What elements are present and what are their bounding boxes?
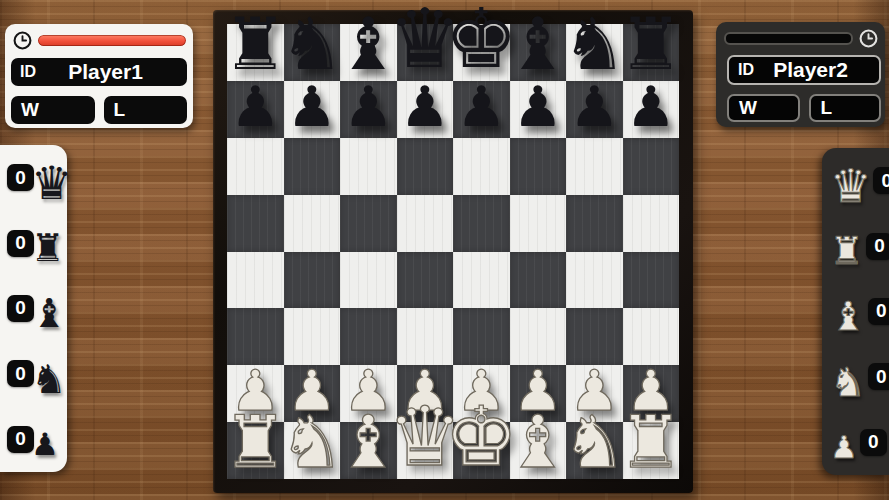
white-bishop-icon: ♝ <box>830 296 866 336</box>
player2-losses-box: L <box>809 94 882 122</box>
player1-wins-box: W <box>11 96 95 124</box>
white-pawn-icon: ♟ <box>830 432 858 463</box>
square-a5[interactable] <box>227 195 284 252</box>
square-c4[interactable] <box>340 252 397 309</box>
square-d3[interactable] <box>397 308 454 365</box>
square-g5[interactable] <box>566 195 623 252</box>
wins-label: W <box>739 97 757 119</box>
captured-white-bishop-count: 0 <box>868 298 889 325</box>
captured-white-pieces-tray: ♛0♜0♝0♞0♟0 <box>822 148 889 475</box>
square-h1[interactable]: ♜ <box>623 422 680 479</box>
square-h4[interactable] <box>623 252 680 309</box>
square-c3[interactable] <box>340 308 397 365</box>
player2-time-bar <box>724 32 853 45</box>
wins-label: W <box>21 99 39 121</box>
captured-black-bishop-row: 0♝ <box>0 276 67 341</box>
square-f8[interactable]: ♝ <box>510 24 567 81</box>
square-f1[interactable]: ♝ <box>510 422 567 479</box>
player1-losses-box: L <box>104 96 188 124</box>
captured-white-pawn-count: 0 <box>860 429 887 456</box>
id-label: ID <box>729 61 754 79</box>
square-h8[interactable]: ♜ <box>623 24 680 81</box>
player2-timer-row <box>716 22 885 48</box>
square-b7[interactable]: ♟ <box>284 81 341 138</box>
square-a3[interactable] <box>227 308 284 365</box>
captured-black-pawn-row: 0♟ <box>0 407 67 472</box>
captured-black-queen-row: 0♛ <box>0 145 67 210</box>
captured-white-queen-row: ♛0 <box>822 148 889 213</box>
square-g1[interactable]: ♞ <box>566 422 623 479</box>
clock-icon <box>13 31 32 50</box>
square-f7[interactable]: ♟ <box>510 81 567 138</box>
square-b4[interactable] <box>284 252 341 309</box>
white-rook-icon: ♜ <box>830 232 864 270</box>
square-h3[interactable] <box>623 308 680 365</box>
square-h7[interactable]: ♟ <box>623 81 680 138</box>
clock-icon <box>859 29 878 48</box>
piece-white-knight[interactable]: ♞ <box>279 406 344 478</box>
square-f3[interactable] <box>510 308 567 365</box>
square-d4[interactable] <box>397 252 454 309</box>
losses-label: L <box>114 99 126 121</box>
square-e5[interactable] <box>453 195 510 252</box>
piece-black-pawn[interactable]: ♟ <box>569 79 619 135</box>
piece-black-rook[interactable]: ♜ <box>618 8 683 80</box>
piece-black-knight[interactable]: ♞ <box>279 8 344 80</box>
square-b6[interactable] <box>284 138 341 195</box>
square-h6[interactable] <box>623 138 680 195</box>
captured-black-pawn-count: 0 <box>7 426 34 453</box>
square-a8[interactable]: ♜ <box>227 24 284 81</box>
square-d6[interactable] <box>397 138 454 195</box>
piece-white-rook[interactable]: ♜ <box>223 406 288 478</box>
black-queen-icon: ♛ <box>31 160 72 206</box>
square-f5[interactable] <box>510 195 567 252</box>
square-g6[interactable] <box>566 138 623 195</box>
captured-white-knight-count: 0 <box>868 363 889 390</box>
player1-time-fill <box>38 35 186 46</box>
square-e4[interactable] <box>453 252 510 309</box>
square-b8[interactable]: ♞ <box>284 24 341 81</box>
player1-name: Player1 <box>36 60 187 84</box>
square-c6[interactable] <box>340 138 397 195</box>
player2-name: Player2 <box>754 58 879 82</box>
piece-black-pawn[interactable]: ♟ <box>287 79 337 135</box>
square-f4[interactable] <box>510 252 567 309</box>
piece-black-pawn[interactable]: ♟ <box>513 79 563 135</box>
captured-white-pawn-row: ♟0 <box>822 410 889 475</box>
square-a6[interactable] <box>227 138 284 195</box>
captured-white-rook-row: ♜0 <box>822 213 889 278</box>
player2-score-row: W L <box>727 94 881 122</box>
square-e8[interactable]: ♚ <box>453 24 510 81</box>
captured-white-rook-count: 0 <box>866 233 889 260</box>
captured-white-knight-row: ♞0 <box>822 344 889 409</box>
black-knight-icon: ♞ <box>31 359 67 399</box>
square-a4[interactable] <box>227 252 284 309</box>
piece-white-knight[interactable]: ♞ <box>562 406 627 478</box>
black-bishop-icon: ♝ <box>31 293 67 333</box>
player1-time-bar <box>38 35 186 46</box>
square-b1[interactable]: ♞ <box>284 422 341 479</box>
square-b5[interactable] <box>284 195 341 252</box>
square-d5[interactable] <box>397 195 454 252</box>
piece-black-pawn[interactable]: ♟ <box>456 79 506 135</box>
piece-white-bishop[interactable]: ♝ <box>505 406 570 478</box>
white-queen-icon: ♛ <box>830 163 871 209</box>
square-e3[interactable] <box>453 308 510 365</box>
captured-white-queen-count: 0 <box>873 167 889 194</box>
square-c5[interactable] <box>340 195 397 252</box>
player1-score-row: W L <box>11 96 187 124</box>
player2-wins-box: W <box>727 94 800 122</box>
square-g4[interactable] <box>566 252 623 309</box>
player2-panel: ID Player2 W L <box>716 22 885 127</box>
piece-white-rook[interactable]: ♜ <box>618 406 683 478</box>
square-f6[interactable] <box>510 138 567 195</box>
chess-board[interactable]: ♜♞♝♛♚♝♞♜♟♟♟♟♟♟♟♟♟♟♟♟♟♟♟♟♜♞♝♛♚♝♞♜ <box>227 24 679 479</box>
piece-black-rook[interactable]: ♜ <box>223 8 288 80</box>
id-label: ID <box>11 63 36 81</box>
piece-black-pawn[interactable]: ♟ <box>230 79 280 135</box>
white-knight-icon: ♞ <box>830 362 866 402</box>
player2-id-box: ID Player2 <box>727 55 881 85</box>
piece-black-pawn[interactable]: ♟ <box>626 79 676 135</box>
captured-black-rook-count: 0 <box>7 230 34 257</box>
square-g7[interactable]: ♟ <box>566 81 623 138</box>
square-a7[interactable]: ♟ <box>227 81 284 138</box>
captured-black-knight-count: 0 <box>7 360 34 387</box>
player1-id-box: ID Player1 <box>11 58 187 86</box>
piece-black-bishop[interactable]: ♝ <box>505 8 570 80</box>
captured-white-bishop-row: ♝0 <box>822 279 889 344</box>
square-e7[interactable]: ♟ <box>453 81 510 138</box>
captured-black-pieces-tray: 0♛0♜0♝0♞0♟ <box>0 145 67 472</box>
square-b3[interactable] <box>284 308 341 365</box>
captured-black-rook-row: 0♜ <box>0 210 67 275</box>
black-pawn-icon: ♟ <box>31 429 59 460</box>
player1-timer-row <box>5 24 193 50</box>
chess-board-frame: ♜♞♝♛♚♝♞♜♟♟♟♟♟♟♟♟♟♟♟♟♟♟♟♟♜♞♝♛♚♝♞♜ <box>213 10 693 493</box>
square-a1[interactable]: ♜ <box>227 422 284 479</box>
captured-black-queen-count: 0 <box>7 164 34 191</box>
square-g8[interactable]: ♞ <box>566 24 623 81</box>
piece-black-pawn[interactable]: ♟ <box>343 79 393 135</box>
square-h5[interactable] <box>623 195 680 252</box>
player1-panel: ID Player1 W L <box>5 24 193 128</box>
piece-black-knight[interactable]: ♞ <box>562 8 627 80</box>
square-g3[interactable] <box>566 308 623 365</box>
square-e1[interactable]: ♚ <box>453 422 510 479</box>
square-d7[interactable]: ♟ <box>397 81 454 138</box>
losses-label: L <box>821 97 833 119</box>
square-e6[interactable] <box>453 138 510 195</box>
captured-black-bishop-count: 0 <box>7 295 34 322</box>
piece-black-pawn[interactable]: ♟ <box>400 79 450 135</box>
square-c7[interactable]: ♟ <box>340 81 397 138</box>
black-rook-icon: ♜ <box>31 229 65 267</box>
captured-black-knight-row: 0♞ <box>0 341 67 406</box>
